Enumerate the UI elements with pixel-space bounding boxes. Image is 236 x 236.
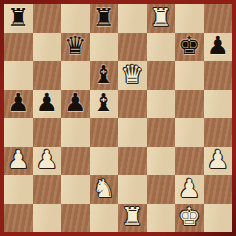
square-h1[interactable] [204,204,233,233]
square-a6[interactable] [4,61,33,90]
white-queen[interactable]: ♛ [121,62,143,87]
square-f1[interactable] [147,204,176,233]
square-b5[interactable]: ♟ [33,90,62,119]
square-b1[interactable] [33,204,62,233]
white-rook[interactable]: ♜ [121,204,143,229]
square-d3[interactable] [90,147,119,176]
square-f2[interactable] [147,175,176,204]
black-bishop[interactable]: ♝ [93,90,115,115]
square-e6[interactable]: ♛ [118,61,147,90]
square-a4[interactable] [4,118,33,147]
square-f3[interactable] [147,147,176,176]
black-rook[interactable]: ♜ [7,5,29,30]
square-g2[interactable]: ♟ [175,175,204,204]
square-f8[interactable]: ♜ [147,4,176,33]
white-rook[interactable]: ♜ [150,5,172,30]
white-king[interactable]: ♚ [178,204,200,229]
square-g6[interactable] [175,61,204,90]
board-border: ♜♜♜♛♚♟♝♛♟♟♟♝♟♟♟♞♟♜♚ [0,0,236,236]
square-f7[interactable] [147,33,176,62]
square-e5[interactable] [118,90,147,119]
square-c5[interactable]: ♟ [61,90,90,119]
square-h7[interactable]: ♟ [204,33,233,62]
square-g3[interactable] [175,147,204,176]
square-g1[interactable]: ♚ [175,204,204,233]
square-g8[interactable] [175,4,204,33]
square-b7[interactable] [33,33,62,62]
square-h4[interactable] [204,118,233,147]
square-d7[interactable] [90,33,119,62]
square-a8[interactable]: ♜ [4,4,33,33]
square-h5[interactable] [204,90,233,119]
square-a1[interactable] [4,204,33,233]
black-bishop[interactable]: ♝ [93,62,115,87]
square-c2[interactable] [61,175,90,204]
square-h3[interactable]: ♟ [204,147,233,176]
black-pawn[interactable]: ♟ [36,90,58,115]
square-e1[interactable]: ♜ [118,204,147,233]
square-b4[interactable] [33,118,62,147]
black-queen[interactable]: ♛ [64,33,86,58]
chess-diagram: ♜♜♜♛♚♟♝♛♟♟♟♝♟♟♟♞♟♜♚ [0,0,236,236]
black-pawn[interactable]: ♟ [64,90,86,115]
black-rook[interactable]: ♜ [93,5,115,30]
square-h8[interactable] [204,4,233,33]
square-c4[interactable] [61,118,90,147]
square-c8[interactable] [61,4,90,33]
square-a7[interactable] [4,33,33,62]
white-pawn[interactable]: ♟ [36,147,58,172]
black-king[interactable]: ♚ [178,33,200,58]
square-d5[interactable]: ♝ [90,90,119,119]
square-d6[interactable]: ♝ [90,61,119,90]
square-b3[interactable]: ♟ [33,147,62,176]
square-a2[interactable] [4,175,33,204]
square-f6[interactable] [147,61,176,90]
white-pawn[interactable]: ♟ [7,147,29,172]
white-pawn[interactable]: ♟ [178,176,200,201]
square-d4[interactable] [90,118,119,147]
square-h2[interactable] [204,175,233,204]
square-c1[interactable] [61,204,90,233]
square-e7[interactable] [118,33,147,62]
chess-board: ♜♜♜♛♚♟♝♛♟♟♟♝♟♟♟♞♟♜♚ [4,4,232,232]
square-f4[interactable] [147,118,176,147]
square-c6[interactable] [61,61,90,90]
square-d2[interactable]: ♞ [90,175,119,204]
white-knight[interactable]: ♞ [93,176,115,201]
square-e2[interactable] [118,175,147,204]
square-f5[interactable] [147,90,176,119]
black-pawn[interactable]: ♟ [207,33,229,58]
square-b6[interactable] [33,61,62,90]
square-c7[interactable]: ♛ [61,33,90,62]
square-c3[interactable] [61,147,90,176]
square-b2[interactable] [33,175,62,204]
white-pawn[interactable]: ♟ [207,147,229,172]
square-a3[interactable]: ♟ [4,147,33,176]
black-pawn[interactable]: ♟ [7,90,29,115]
square-g7[interactable]: ♚ [175,33,204,62]
square-a5[interactable]: ♟ [4,90,33,119]
square-g4[interactable] [175,118,204,147]
square-e8[interactable] [118,4,147,33]
square-d8[interactable]: ♜ [90,4,119,33]
square-g5[interactable] [175,90,204,119]
square-h6[interactable] [204,61,233,90]
square-d1[interactable] [90,204,119,233]
square-e4[interactable] [118,118,147,147]
square-e3[interactable] [118,147,147,176]
square-b8[interactable] [33,4,62,33]
